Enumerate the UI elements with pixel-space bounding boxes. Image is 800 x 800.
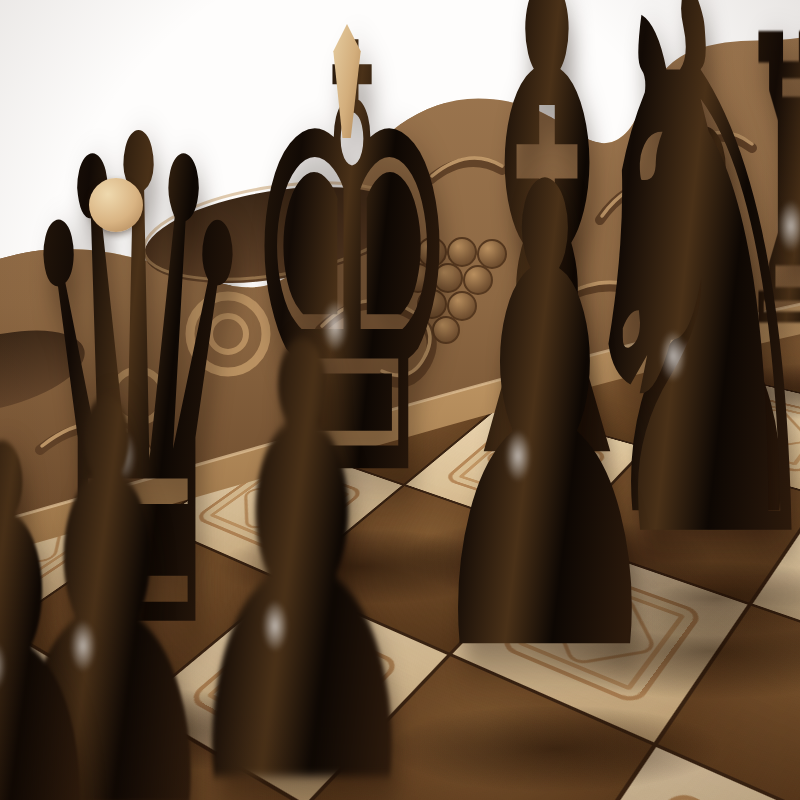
queen-ball-finial bbox=[89, 178, 143, 232]
gloss-highlight bbox=[262, 600, 288, 652]
gloss-highlight bbox=[505, 430, 531, 482]
piece-black-pawn[interactable]: ♟ bbox=[0, 380, 119, 800]
chess-set-photo-scene: ♛♚♝♞♜♟♟♟♟♟ Close-up angled photo of a ha… bbox=[0, 0, 800, 800]
pieces-layer: ♛♚♝♞♜♟♟♟♟♟ bbox=[0, 0, 800, 800]
piece-black-pawn[interactable]: ♟ bbox=[415, 104, 675, 742]
